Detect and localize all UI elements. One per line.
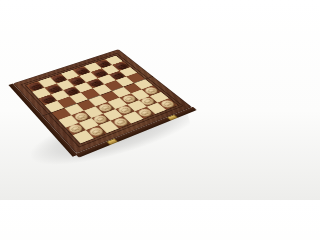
light-man-glyph: ⛀ — [161, 100, 174, 108]
light-man-glyph: ⛀ — [89, 127, 102, 136]
product-photo-scene: ⛂⛂⛂⛂⛂⛂⛂⛂⛂⛂⛂⛂⛀⛀⛀⛀⛀⛀⛀⛀⛀⛀⛀⛀ — [0, 0, 200, 200]
